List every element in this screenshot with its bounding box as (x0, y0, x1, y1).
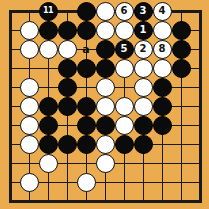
white-stone (20, 78, 39, 97)
black-stone (153, 78, 172, 97)
black-stone (153, 97, 172, 116)
go-board: 116341a528 (0, 0, 209, 209)
black-stone (134, 135, 153, 154)
black-stone (172, 59, 191, 78)
move-number: 2 (140, 44, 147, 54)
black-stone (77, 21, 96, 40)
black-stone-move-1: 1 (134, 21, 153, 40)
black-stone-move-3: 3 (134, 2, 153, 21)
black-stone (134, 116, 153, 135)
white-stone-move-8: 8 (153, 40, 172, 59)
black-stone (172, 40, 191, 59)
white-stone (115, 97, 134, 116)
grid-line-horizontal (10, 182, 200, 183)
move-number: 5 (121, 44, 128, 54)
black-stone (115, 135, 134, 154)
white-stone (39, 40, 58, 59)
white-stone (58, 40, 77, 59)
white-stone (20, 116, 39, 135)
white-stone (115, 116, 134, 135)
black-stone (77, 135, 96, 154)
white-stone (20, 97, 39, 116)
white-stone (134, 59, 153, 78)
move-number: 11 (43, 7, 53, 15)
white-stone (96, 78, 115, 97)
white-stone (96, 2, 115, 21)
white-stone-move-6: 6 (115, 2, 134, 21)
move-number: 1 (140, 25, 147, 35)
black-stone (153, 116, 172, 135)
white-stone (153, 21, 172, 40)
move-number: 3 (140, 6, 147, 16)
white-stone (20, 21, 39, 40)
white-stone-move-4: 4 (153, 2, 172, 21)
move-number: 8 (159, 44, 166, 54)
white-stone (153, 59, 172, 78)
white-stone (20, 135, 39, 154)
black-stone (58, 78, 77, 97)
black-stone (77, 97, 96, 116)
black-stone (77, 116, 96, 135)
go-diagram: 116341a528 (0, 0, 209, 209)
black-stone (39, 97, 58, 116)
black-stone (58, 97, 77, 116)
white-stone-move-2: 2 (134, 40, 153, 59)
white-stone (20, 40, 39, 59)
white-stone (134, 78, 153, 97)
move-number: 6 (121, 6, 128, 16)
white-stone (77, 173, 96, 192)
black-stone (58, 21, 77, 40)
black-stone-move-5: 5 (115, 40, 134, 59)
black-stone-move-11: 11 (39, 2, 58, 21)
white-stone (96, 154, 115, 173)
black-stone (172, 21, 191, 40)
white-stone (96, 135, 115, 154)
white-stone (115, 59, 134, 78)
black-stone (77, 59, 96, 78)
white-stone (96, 97, 115, 116)
black-stone (96, 116, 115, 135)
black-stone (58, 59, 77, 78)
black-stone (58, 135, 77, 154)
white-stone (39, 154, 58, 173)
point-label-a: a (77, 40, 96, 59)
black-stone (96, 40, 115, 59)
white-stone (115, 21, 134, 40)
black-stone (39, 116, 58, 135)
white-stone (20, 173, 39, 192)
black-stone (96, 59, 115, 78)
black-stone (39, 135, 58, 154)
white-stone (96, 21, 115, 40)
black-stone (77, 2, 96, 21)
move-number: 4 (159, 6, 166, 16)
black-stone (39, 21, 58, 40)
white-stone (134, 97, 153, 116)
